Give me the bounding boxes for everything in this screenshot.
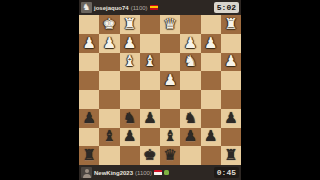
- square-f2[interactable]: ♟: [120, 34, 140, 53]
- square-a1[interactable]: ♜: [221, 15, 241, 34]
- square-d1[interactable]: ♛: [160, 15, 180, 34]
- square-d3[interactable]: [160, 53, 180, 72]
- square-e4[interactable]: [140, 71, 160, 90]
- square-f4[interactable]: [120, 71, 140, 90]
- black-bishop: ♝: [103, 129, 116, 144]
- square-d4[interactable]: ♟: [160, 71, 180, 90]
- player-flag-icon: [154, 170, 162, 175]
- square-a4[interactable]: [221, 71, 241, 90]
- black-pawn: ♟: [204, 129, 217, 144]
- square-b2[interactable]: ♟: [201, 34, 221, 53]
- square-e7[interactable]: [140, 128, 160, 147]
- square-c3[interactable]: ♞: [180, 53, 200, 72]
- black-rook: ♜: [224, 148, 237, 163]
- white-king: ♚: [103, 16, 116, 31]
- white-knight: ♞: [184, 54, 197, 69]
- square-b3[interactable]: [201, 53, 221, 72]
- square-f1[interactable]: ♜: [120, 15, 140, 34]
- square-h8[interactable]: ♜: [79, 146, 99, 165]
- square-c6[interactable]: ♞: [180, 109, 200, 128]
- square-c7[interactable]: ♟: [180, 128, 200, 147]
- black-queen: ♛: [163, 148, 176, 163]
- white-rook: ♜: [123, 16, 136, 31]
- opponent-avatar[interactable]: ♞: [81, 2, 92, 13]
- black-pawn: ♟: [184, 129, 197, 144]
- black-bishop: ♝: [163, 129, 176, 144]
- square-c1[interactable]: [180, 15, 200, 34]
- square-g1[interactable]: ♚: [99, 15, 119, 34]
- square-b6[interactable]: [201, 109, 221, 128]
- square-e1[interactable]: [140, 15, 160, 34]
- square-d2[interactable]: [160, 34, 180, 53]
- square-f3[interactable]: ♝: [120, 53, 140, 72]
- square-f5[interactable]: [120, 90, 140, 109]
- avatar-silhouette-body: [83, 174, 91, 178]
- black-rook: ♜: [82, 148, 95, 163]
- online-status-icon: [164, 170, 169, 175]
- player-bar-bottom: NewKing2023 (1100) 0:45: [79, 165, 241, 180]
- white-pawn: ♟: [123, 35, 136, 50]
- square-e3[interactable]: ♝: [140, 53, 160, 72]
- square-h2[interactable]: ♟: [79, 34, 99, 53]
- square-h7[interactable]: [79, 128, 99, 147]
- white-bishop: ♝: [143, 54, 156, 69]
- square-h6[interactable]: ♟: [79, 109, 99, 128]
- square-d5[interactable]: [160, 90, 180, 109]
- black-pawn: ♟: [224, 110, 237, 125]
- square-h3[interactable]: [79, 53, 99, 72]
- black-pawn: ♟: [123, 129, 136, 144]
- white-pawn: ♟: [204, 35, 217, 50]
- square-e5[interactable]: [140, 90, 160, 109]
- opponent-clock: 5:02: [214, 2, 239, 13]
- player-name[interactable]: NewKing2023: [94, 170, 133, 176]
- black-pawn: ♟: [143, 110, 156, 125]
- square-h4[interactable]: [79, 71, 99, 90]
- white-queen: ♛: [163, 16, 176, 31]
- square-a3[interactable]: ♟: [221, 53, 241, 72]
- square-g8[interactable]: [99, 146, 119, 165]
- square-a8[interactable]: ♜: [221, 146, 241, 165]
- square-b7[interactable]: ♟: [201, 128, 221, 147]
- square-f8[interactable]: [120, 146, 140, 165]
- white-pawn: ♟: [82, 35, 95, 50]
- game-content: ♞ josejaquo74 (1100) 5:02 ♚♜♛♜♟♟♟♟♟♝♝♞♟♟…: [79, 0, 241, 180]
- letterbox-left: [0, 0, 79, 180]
- square-c2[interactable]: ♟: [180, 34, 200, 53]
- square-b5[interactable]: [201, 90, 221, 109]
- square-e6[interactable]: ♟: [140, 109, 160, 128]
- chess-app-screenshot: ♞ josejaquo74 (1100) 5:02 ♚♜♛♜♟♟♟♟♟♝♝♞♟♟…: [0, 0, 320, 180]
- letterbox-right: [241, 0, 320, 180]
- opponent-name[interactable]: josejaquo74: [94, 5, 129, 11]
- player-bar-top: ♞ josejaquo74 (1100) 5:02: [79, 0, 241, 15]
- square-b8[interactable]: [201, 146, 221, 165]
- square-g6[interactable]: [99, 109, 119, 128]
- square-f6[interactable]: ♞: [120, 109, 140, 128]
- square-h1[interactable]: [79, 15, 99, 34]
- player-clock: 0:45: [214, 167, 239, 178]
- chess-board[interactable]: ♚♜♛♜♟♟♟♟♟♝♝♞♟♟♟♞♟♞♟♝♟♝♟♟♜♚♛♜: [79, 15, 241, 165]
- square-g3[interactable]: [99, 53, 119, 72]
- black-pawn: ♟: [82, 110, 95, 125]
- opponent-rating: (1100): [131, 5, 148, 11]
- square-a6[interactable]: ♟: [221, 109, 241, 128]
- square-e8[interactable]: ♚: [140, 146, 160, 165]
- white-pawn: ♟: [103, 35, 116, 50]
- square-h5[interactable]: [79, 90, 99, 109]
- black-king: ♚: [143, 148, 156, 163]
- white-pawn: ♟: [163, 73, 176, 88]
- white-pawn: ♟: [224, 54, 237, 69]
- square-d8[interactable]: ♛: [160, 146, 180, 165]
- black-knight: ♞: [184, 110, 197, 125]
- square-d6[interactable]: [160, 109, 180, 128]
- square-g4[interactable]: [99, 71, 119, 90]
- square-f7[interactable]: ♟: [120, 128, 140, 147]
- player-avatar[interactable]: [81, 167, 92, 178]
- white-pawn: ♟: [184, 35, 197, 50]
- square-c8[interactable]: [180, 146, 200, 165]
- square-g5[interactable]: [99, 90, 119, 109]
- square-c4[interactable]: [180, 71, 200, 90]
- opponent-flag-icon: [150, 5, 158, 10]
- square-b4[interactable]: [201, 71, 221, 90]
- player-rating: (1100): [135, 170, 152, 176]
- square-e2[interactable]: [140, 34, 160, 53]
- square-b1[interactable]: [201, 15, 221, 34]
- square-a2[interactable]: [221, 34, 241, 53]
- square-a5[interactable]: [221, 90, 241, 109]
- avatar-silhouette-head: [85, 169, 89, 173]
- square-a7[interactable]: [221, 128, 241, 147]
- black-knight: ♞: [123, 110, 136, 125]
- white-rook: ♜: [224, 16, 237, 31]
- white-bishop: ♝: [123, 54, 136, 69]
- square-c5[interactable]: [180, 90, 200, 109]
- square-g2[interactable]: ♟: [99, 34, 119, 53]
- square-d7[interactable]: ♝: [160, 128, 180, 147]
- square-g7[interactable]: ♝: [99, 128, 119, 147]
- knight-avatar-icon: ♞: [82, 3, 90, 12]
